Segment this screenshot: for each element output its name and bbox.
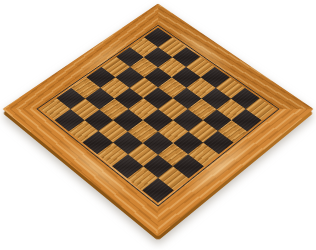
chess-board <box>2 3 313 236</box>
playing-area-grid <box>41 28 276 203</box>
product-photo-canvas <box>0 0 316 250</box>
board-scene <box>0 0 316 250</box>
